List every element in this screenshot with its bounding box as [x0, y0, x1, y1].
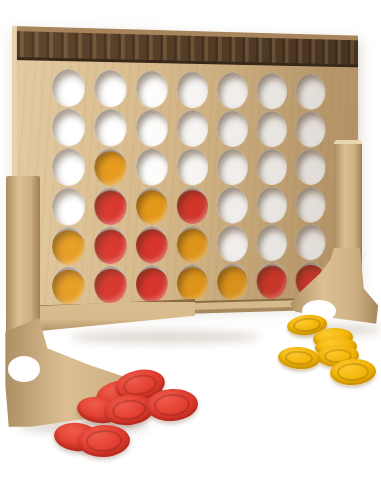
cell-r3c7	[296, 149, 326, 185]
cell-r5c5	[217, 225, 248, 262]
loose-yellow-disc-rim	[284, 350, 314, 367]
scene: ●●●●●●●●●●●●●●●	[0, 0, 381, 492]
cell-r6c4: ●	[177, 264, 208, 301]
loose-red-disc-rim	[154, 393, 191, 417]
cell-r5c1: ●	[52, 227, 85, 265]
cell-r6c1: ●	[52, 267, 85, 305]
left-foot-arch	[8, 356, 40, 382]
cell-r6c5: ●	[217, 263, 248, 300]
cell-r3c4	[177, 149, 208, 186]
yellow-disc: ●	[52, 267, 85, 305]
red-disc: ●	[257, 263, 287, 300]
loose-red-disc-rim	[111, 398, 147, 422]
cell-r4c2: ●	[94, 188, 126, 226]
board-face: ●●●●●●●●●●●●●●●	[17, 60, 358, 306]
red-disc: ●	[94, 227, 126, 265]
cell-r5c4: ●	[177, 226, 208, 263]
cell-r1c7	[296, 74, 326, 110]
yellow-disc: ●	[177, 226, 208, 263]
loose-red-disc	[77, 424, 131, 459]
red-disc: ●	[94, 266, 126, 304]
cell-r1c1	[52, 69, 85, 107]
red-disc: ●	[177, 187, 208, 224]
cell-r3c1	[52, 148, 85, 186]
cell-r1c4	[177, 71, 208, 108]
cell-r1c6	[257, 73, 287, 110]
cell-r6c6: ●	[257, 263, 287, 300]
cell-r6c2: ●	[94, 266, 126, 304]
cell-r4c6	[257, 187, 287, 223]
cell-r4c3: ●	[136, 187, 168, 224]
cell-r5c2: ●	[94, 227, 126, 265]
cell-r2c6	[257, 111, 287, 147]
cell-r4c1	[52, 188, 85, 226]
cell-r2c4	[177, 110, 208, 147]
yellow-disc: ●	[52, 227, 85, 265]
loose-yellow-disc-rim	[293, 317, 321, 333]
cell-r4c7	[296, 187, 326, 223]
cell-r3c5	[217, 149, 248, 185]
cell-r3c2: ●	[94, 148, 126, 185]
connect-four-board: ●●●●●●●●●●●●●●●	[12, 26, 358, 311]
loose-red-disc-rim	[86, 429, 122, 453]
loose-yellow-disc	[329, 358, 376, 386]
cell-r4c4: ●	[177, 187, 208, 224]
loose-yellow-disc-rim	[337, 362, 369, 381]
yellow-disc: ●	[94, 148, 126, 185]
red-disc: ●	[94, 188, 126, 226]
cell-r5c6	[257, 225, 287, 262]
cell-r6c3: ●	[136, 265, 168, 303]
cell-r3c6	[257, 149, 287, 185]
cell-r2c7	[296, 111, 326, 147]
cell-r2c1	[52, 108, 85, 146]
cell-r1c3	[136, 70, 168, 107]
yellow-disc: ●	[217, 263, 248, 300]
yellow-disc: ●	[177, 264, 208, 301]
cell-r2c3	[136, 109, 168, 146]
cell-r1c2	[94, 70, 126, 108]
board-shadow	[70, 330, 260, 344]
cell-r1c5	[217, 72, 248, 109]
loose-yellow-disc	[277, 346, 320, 371]
cell-r3c3	[136, 148, 168, 185]
cell-r5c3: ●	[136, 226, 168, 263]
cell-r4c5	[217, 187, 248, 224]
cell-r2c2	[94, 109, 126, 147]
red-disc: ●	[136, 226, 168, 263]
red-disc: ●	[136, 265, 168, 303]
cell-r2c5	[217, 110, 248, 147]
cell-r5c7	[296, 224, 326, 260]
yellow-disc: ●	[136, 187, 168, 224]
